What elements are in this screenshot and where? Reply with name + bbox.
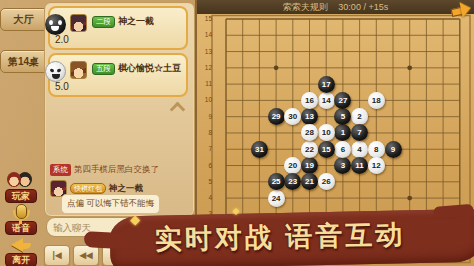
- stone-black-C7: 31: [251, 141, 268, 158]
- player2-name: 棋心愉悦☆土豆: [118, 62, 181, 75]
- system-badge: 系统: [50, 164, 71, 176]
- players-icon: [5, 170, 37, 192]
- playback-first-button[interactable]: |◀: [44, 245, 70, 266]
- player2-portrait: [70, 61, 87, 79]
- player-card-white: 五段 棋心愉悦☆土豆 5.0: [48, 53, 188, 97]
- player1-portrait: [70, 14, 87, 32]
- back-arrow-icon: [5, 236, 37, 256]
- stone-white-F7: 22: [301, 141, 318, 158]
- microphone-icon: [5, 203, 37, 224]
- player-card-black: 二段 神之一截 2.0: [48, 6, 188, 50]
- stone-black-F6: 19: [301, 157, 318, 174]
- stone-black-I6: 11: [351, 157, 368, 174]
- stone-white-H7: 6: [334, 141, 351, 158]
- stone-white-F10: 16: [301, 92, 318, 109]
- tab-lobby[interactable]: 大厅: [0, 8, 47, 31]
- player1-rank-badge: 二段: [92, 16, 115, 28]
- tab-table[interactable]: 第14桌: [0, 50, 47, 73]
- stone-black-G7: 15: [318, 141, 335, 158]
- player2-rank-badge: 五段: [92, 63, 115, 75]
- stone-white-J10: 18: [368, 92, 385, 109]
- player1-name: 神之一截: [118, 15, 154, 28]
- stone-white-G10: 14: [318, 92, 335, 109]
- info-panel: 二段 神之一截 2.0 五段 棋心愉悦☆土豆 5.0 系统 第四手棋后黑白交换了…: [44, 2, 195, 217]
- stone-black-G11: 17: [318, 76, 335, 93]
- stone-black-K7: 9: [385, 141, 402, 158]
- stone-white-I7: 4: [351, 141, 368, 158]
- board-title-bar: 索索夫规则 30:00 / +15s: [197, 0, 474, 14]
- leave-button[interactable]: 离开: [5, 236, 37, 266]
- stone-white-D4: 24: [268, 190, 285, 207]
- rule-name: 索索夫规则: [283, 2, 328, 12]
- collapse-chevron-icon[interactable]: [170, 102, 186, 118]
- stone-black-D9: 29: [268, 108, 285, 125]
- voice-button[interactable]: 语音: [5, 203, 37, 235]
- players-button[interactable]: 玩家: [5, 170, 37, 203]
- chat-system-message: 系统 第四手棋后黑白交换了: [50, 164, 159, 176]
- stone-white-G5: 26: [318, 173, 335, 190]
- chat-user-badge: 快棋红包: [70, 183, 106, 194]
- black-stone-avatar-icon: [45, 14, 66, 35]
- promo-banner: 实时对战 语音互动: [83, 202, 474, 266]
- stone-black-D5: 25: [268, 173, 285, 190]
- player1-rating: 2.0: [55, 34, 69, 45]
- stone-white-J7: 8: [368, 141, 385, 158]
- time-control: 30:00 / +15s: [338, 2, 388, 12]
- stone-white-J6: 12: [368, 157, 385, 174]
- player2-rating: 5.0: [55, 81, 69, 92]
- chat-user-name: 神之一截: [109, 183, 143, 195]
- white-stone-avatar-icon: [45, 61, 66, 82]
